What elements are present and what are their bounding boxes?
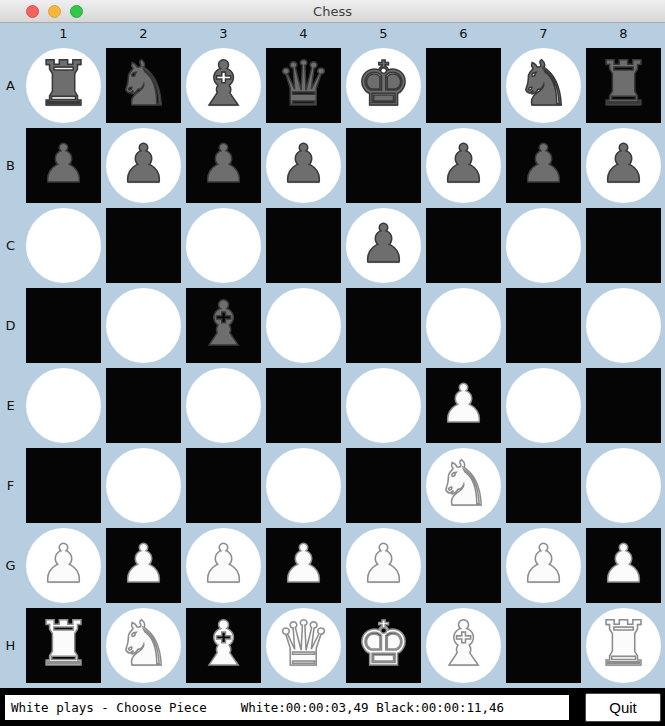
square-A5[interactable]: ♚: [346, 48, 421, 123]
square-H7[interactable]: [506, 608, 581, 683]
square-G2[interactable]: ♟: [106, 528, 181, 603]
close-icon[interactable]: [26, 5, 39, 18]
black-pawn-piece: ♟: [120, 137, 168, 190]
square-B3[interactable]: ♟: [186, 128, 261, 203]
row-label-G: G: [0, 528, 21, 603]
black-pawn-piece: ♟: [520, 137, 568, 190]
square-H5[interactable]: ♚: [346, 608, 421, 683]
white-bishop-piece: ♝: [436, 613, 492, 675]
black-pawn-piece: ♟: [40, 137, 88, 190]
row-label-E: E: [0, 368, 21, 443]
square-H2[interactable]: ♞: [106, 608, 181, 683]
col-label-1: 1: [26, 23, 101, 43]
square-D5[interactable]: [346, 288, 421, 363]
square-D4[interactable]: [266, 288, 341, 363]
white-pawn-piece: ♟: [600, 537, 648, 590]
white-pawn-piece: ♟: [440, 377, 488, 430]
col-label-2: 2: [106, 23, 181, 43]
black-rook-piece: ♜: [36, 53, 92, 115]
square-E1[interactable]: [26, 368, 101, 443]
square-B5[interactable]: [346, 128, 421, 203]
square-C2[interactable]: [106, 208, 181, 283]
col-label-5: 5: [346, 23, 421, 43]
square-G7[interactable]: ♟: [506, 528, 581, 603]
square-B2[interactable]: ♟: [106, 128, 181, 203]
black-knight-piece: ♞: [516, 53, 572, 115]
square-H3[interactable]: ♝: [186, 608, 261, 683]
square-D7[interactable]: [506, 288, 581, 363]
status-bar: White plays - Choose PieceWhite:00:00:03…: [0, 688, 665, 726]
square-B6[interactable]: ♟: [426, 128, 501, 203]
row-label-D: D: [0, 288, 21, 363]
chess-board: 12345678A♜♞♝♛♚♞♜B♟♟♟♟♟♟♟C♟D♝E♟F♞G♟♟♟♟♟♟♟…: [0, 23, 665, 683]
black-knight-piece: ♞: [116, 53, 172, 115]
square-F8[interactable]: [586, 448, 661, 523]
white-pawn-piece: ♟: [120, 537, 168, 590]
square-C1[interactable]: [26, 208, 101, 283]
black-pawn-piece: ♟: [280, 137, 328, 190]
square-F5[interactable]: [346, 448, 421, 523]
black-king-piece: ♚: [356, 53, 412, 115]
square-G8[interactable]: ♟: [586, 528, 661, 603]
square-A4[interactable]: ♛: [266, 48, 341, 123]
square-D2[interactable]: [106, 288, 181, 363]
clock-display: White:00:00:03,49 Black:00:00:11,46: [241, 700, 504, 715]
status-box: White plays - Choose PieceWhite:00:00:03…: [4, 694, 570, 721]
square-D1[interactable]: [26, 288, 101, 363]
square-F3[interactable]: [186, 448, 261, 523]
white-knight-piece: ♞: [436, 453, 492, 515]
white-queen-piece: ♛: [276, 613, 332, 675]
square-F4[interactable]: [266, 448, 341, 523]
square-G3[interactable]: ♟: [186, 528, 261, 603]
square-E8[interactable]: [586, 368, 661, 443]
chess-window: Chess 12345678A♜♞♝♛♚♞♜B♟♟♟♟♟♟♟C♟D♝E♟F♞G♟…: [0, 0, 665, 726]
square-A7[interactable]: ♞: [506, 48, 581, 123]
square-B1[interactable]: ♟: [26, 128, 101, 203]
zoom-icon[interactable]: [70, 5, 83, 18]
square-C3[interactable]: [186, 208, 261, 283]
square-B4[interactable]: ♟: [266, 128, 341, 203]
square-A6[interactable]: [426, 48, 501, 123]
col-label-6: 6: [426, 23, 501, 43]
square-A8[interactable]: ♜: [586, 48, 661, 123]
black-rook-piece: ♜: [596, 53, 652, 115]
square-D8[interactable]: [586, 288, 661, 363]
white-pawn-piece: ♟: [520, 537, 568, 590]
square-E7[interactable]: [506, 368, 581, 443]
row-label-C: C: [0, 208, 21, 283]
square-C4[interactable]: [266, 208, 341, 283]
row-label-B: B: [0, 128, 21, 203]
title-bar: Chess: [0, 0, 665, 23]
square-F6[interactable]: ♞: [426, 448, 501, 523]
square-C7[interactable]: [506, 208, 581, 283]
square-H4[interactable]: ♛: [266, 608, 341, 683]
square-H1[interactable]: ♜: [26, 608, 101, 683]
square-F7[interactable]: [506, 448, 581, 523]
square-D3[interactable]: ♝: [186, 288, 261, 363]
black-pawn-piece: ♟: [600, 137, 648, 190]
row-label-F: F: [0, 448, 21, 523]
window-title: Chess: [313, 4, 352, 19]
square-B8[interactable]: ♟: [586, 128, 661, 203]
minimize-icon[interactable]: [48, 5, 61, 18]
square-D6[interactable]: [426, 288, 501, 363]
white-knight-piece: ♞: [116, 613, 172, 675]
status-message: White plays - Choose Piece: [11, 700, 207, 715]
square-G1[interactable]: ♟: [26, 528, 101, 603]
square-A3[interactable]: ♝: [186, 48, 261, 123]
quit-button[interactable]: Quit: [585, 693, 661, 722]
square-G5[interactable]: ♟: [346, 528, 421, 603]
square-B7[interactable]: ♟: [506, 128, 581, 203]
white-pawn-piece: ♟: [360, 537, 408, 590]
black-pawn-piece: ♟: [200, 137, 248, 190]
square-F2[interactable]: [106, 448, 181, 523]
black-bishop-piece: ♝: [196, 293, 252, 355]
square-F1[interactable]: [26, 448, 101, 523]
white-king-piece: ♚: [356, 613, 412, 675]
black-queen-piece: ♛: [276, 53, 332, 115]
square-G6[interactable]: [426, 528, 501, 603]
white-pawn-piece: ♟: [280, 537, 328, 590]
black-pawn-piece: ♟: [360, 217, 408, 270]
board-area: 12345678A♜♞♝♛♚♞♜B♟♟♟♟♟♟♟C♟D♝E♟F♞G♟♟♟♟♟♟♟…: [0, 23, 665, 689]
square-E4[interactable]: [266, 368, 341, 443]
white-pawn-piece: ♟: [40, 537, 88, 590]
white-rook-piece: ♜: [596, 613, 652, 675]
white-bishop-piece: ♝: [196, 613, 252, 675]
white-rook-piece: ♜: [36, 613, 92, 675]
traffic-lights: [26, 0, 83, 22]
row-label-H: H: [0, 608, 21, 683]
square-A1[interactable]: ♜: [26, 48, 101, 123]
square-E6[interactable]: ♟: [426, 368, 501, 443]
square-H8[interactable]: ♜: [586, 608, 661, 683]
square-E3[interactable]: [186, 368, 261, 443]
square-H6[interactable]: ♝: [426, 608, 501, 683]
square-C8[interactable]: [586, 208, 661, 283]
col-label-8: 8: [586, 23, 661, 43]
white-pawn-piece: ♟: [200, 537, 248, 590]
square-E2[interactable]: [106, 368, 181, 443]
col-label-4: 4: [266, 23, 341, 43]
row-label-A: A: [0, 48, 21, 123]
square-C5[interactable]: ♟: [346, 208, 421, 283]
square-E5[interactable]: [346, 368, 421, 443]
square-G4[interactable]: ♟: [266, 528, 341, 603]
black-pawn-piece: ♟: [440, 137, 488, 190]
square-A2[interactable]: ♞: [106, 48, 181, 123]
board-corner: [0, 23, 21, 43]
black-bishop-piece: ♝: [196, 53, 252, 115]
square-C6[interactable]: [426, 208, 501, 283]
col-label-7: 7: [506, 23, 581, 43]
col-label-3: 3: [186, 23, 261, 43]
